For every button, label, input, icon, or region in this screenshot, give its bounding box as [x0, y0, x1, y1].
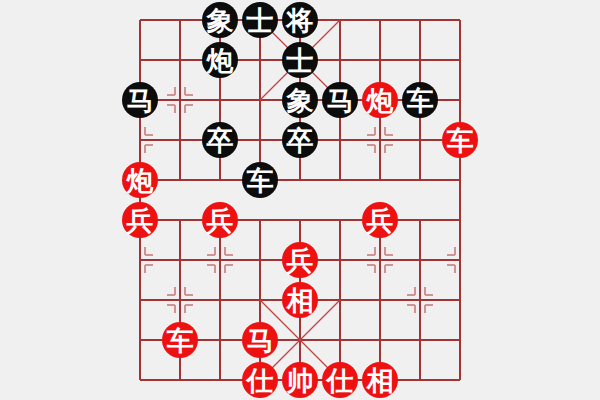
board-point-5-1[interactable]: [320, 40, 360, 80]
board-point-7-2[interactable]: 车: [400, 80, 440, 120]
board-point-7-6[interactable]: [400, 240, 440, 280]
piece-red-advisor[interactable]: 仕: [242, 362, 278, 398]
board-point-6-4[interactable]: [360, 160, 400, 200]
board-point-6-6[interactable]: [360, 240, 400, 280]
board-point-2-8[interactable]: [200, 320, 240, 360]
board-point-0-2[interactable]: 马: [120, 80, 160, 120]
piece-red-cannon[interactable]: 炮: [122, 162, 158, 198]
board-point-7-5[interactable]: [400, 200, 440, 240]
xiangqi-board: 象士将炮士马象马炮车卒卒车炮车兵兵兵兵相车马仕帅仕相: [120, 0, 480, 400]
board-point-1-2[interactable]: [160, 80, 200, 120]
board-point-4-0[interactable]: 将: [280, 0, 320, 40]
board-point-7-1[interactable]: [400, 40, 440, 80]
board-point-3-3[interactable]: [240, 120, 280, 160]
board-point-4-1[interactable]: 士: [280, 40, 320, 80]
board-point-3-8[interactable]: 马: [240, 320, 280, 360]
board-point-6-5[interactable]: 兵: [360, 200, 400, 240]
board-point-3-9[interactable]: 仕: [240, 360, 280, 400]
board-point-6-7[interactable]: [360, 280, 400, 320]
board-point-8-5[interactable]: [440, 200, 480, 240]
board-point-0-9[interactable]: [120, 360, 160, 400]
board-point-3-7[interactable]: [240, 280, 280, 320]
board-point-0-4[interactable]: 炮: [120, 160, 160, 200]
board-point-7-0[interactable]: [400, 0, 440, 40]
board-point-5-0[interactable]: [320, 0, 360, 40]
piece-red-soldier[interactable]: 兵: [202, 202, 238, 238]
board-point-8-0[interactable]: [440, 0, 480, 40]
board-point-4-9[interactable]: 帅: [280, 360, 320, 400]
board-point-2-2[interactable]: [200, 80, 240, 120]
board-point-4-5[interactable]: [280, 200, 320, 240]
board-point-1-7[interactable]: [160, 280, 200, 320]
board-point-3-1[interactable]: [240, 40, 280, 80]
board-point-8-1[interactable]: [440, 40, 480, 80]
board-point-5-2[interactable]: 马: [320, 80, 360, 120]
board-point-0-6[interactable]: [120, 240, 160, 280]
board-point-2-0[interactable]: 象: [200, 0, 240, 40]
board-point-6-0[interactable]: [360, 0, 400, 40]
board-point-2-3[interactable]: 卒: [200, 120, 240, 160]
board-point-8-7[interactable]: [440, 280, 480, 320]
board-point-1-8[interactable]: 车: [160, 320, 200, 360]
board-point-2-9[interactable]: [200, 360, 240, 400]
board-point-7-7[interactable]: [400, 280, 440, 320]
board-point-5-9[interactable]: 仕: [320, 360, 360, 400]
piece-red-soldier[interactable]: 兵: [282, 242, 318, 278]
board-point-6-3[interactable]: [360, 120, 400, 160]
piece-red-elephant[interactable]: 相: [282, 282, 318, 318]
board-point-6-9[interactable]: 相: [360, 360, 400, 400]
piece-black-advisor[interactable]: 士: [242, 2, 278, 38]
board-point-0-3[interactable]: [120, 120, 160, 160]
board-point-1-5[interactable]: [160, 200, 200, 240]
piece-red-soldier[interactable]: 兵: [362, 202, 398, 238]
board-point-1-3[interactable]: [160, 120, 200, 160]
board-point-7-9[interactable]: [400, 360, 440, 400]
piece-red-cannon[interactable]: 炮: [362, 82, 398, 118]
board-point-0-1[interactable]: [120, 40, 160, 80]
piece-red-chariot[interactable]: 车: [442, 122, 478, 158]
board-point-4-2[interactable]: 象: [280, 80, 320, 120]
board-point-5-3[interactable]: [320, 120, 360, 160]
piece-black-advisor[interactable]: 士: [282, 42, 318, 78]
board-point-0-7[interactable]: [120, 280, 160, 320]
board-point-1-4[interactable]: [160, 160, 200, 200]
board-point-2-1[interactable]: 炮: [200, 40, 240, 80]
piece-black-horse[interactable]: 马: [122, 82, 158, 118]
board-point-4-4[interactable]: [280, 160, 320, 200]
board-point-7-4[interactable]: [400, 160, 440, 200]
board-point-3-2[interactable]: [240, 80, 280, 120]
piece-black-general[interactable]: 将: [282, 2, 318, 38]
xiangqi-position-screenshot: 象士将炮士马象马炮车卒卒车炮车兵兵兵兵相车马仕帅仕相: [0, 0, 600, 400]
piece-black-elephant[interactable]: 象: [282, 82, 318, 118]
board-point-4-6[interactable]: 兵: [280, 240, 320, 280]
board-point-3-0[interactable]: 士: [240, 0, 280, 40]
board-point-3-6[interactable]: [240, 240, 280, 280]
piece-red-elephant[interactable]: 相: [362, 362, 398, 398]
board-point-8-2[interactable]: [440, 80, 480, 120]
board-point-8-8[interactable]: [440, 320, 480, 360]
piece-red-horse[interactable]: 马: [242, 322, 278, 358]
board-point-1-9[interactable]: [160, 360, 200, 400]
board-point-0-0[interactable]: [120, 0, 160, 40]
board-point-4-8[interactable]: [280, 320, 320, 360]
piece-black-elephant[interactable]: 象: [202, 2, 238, 38]
board-point-0-5[interactable]: 兵: [120, 200, 160, 240]
board-point-5-6[interactable]: [320, 240, 360, 280]
board-point-8-6[interactable]: [440, 240, 480, 280]
board-point-0-8[interactable]: [120, 320, 160, 360]
piece-red-chariot[interactable]: 车: [162, 322, 198, 358]
board-point-5-7[interactable]: [320, 280, 360, 320]
piece-red-advisor[interactable]: 仕: [322, 362, 358, 398]
board-point-5-8[interactable]: [320, 320, 360, 360]
piece-black-chariot[interactable]: 车: [242, 162, 278, 198]
board-point-2-7[interactable]: [200, 280, 240, 320]
piece-red-general[interactable]: 帅: [282, 362, 318, 398]
board-point-1-6[interactable]: [160, 240, 200, 280]
board-point-3-4[interactable]: 车: [240, 160, 280, 200]
board-point-2-5[interactable]: 兵: [200, 200, 240, 240]
board-point-5-4[interactable]: [320, 160, 360, 200]
board-point-8-3[interactable]: 车: [440, 120, 480, 160]
board-point-7-8[interactable]: [400, 320, 440, 360]
board-point-4-3[interactable]: 卒: [280, 120, 320, 160]
piece-black-soldier[interactable]: 卒: [202, 122, 238, 158]
board-point-6-1[interactable]: [360, 40, 400, 80]
board-point-1-0[interactable]: [160, 0, 200, 40]
board-point-7-3[interactable]: [400, 120, 440, 160]
piece-black-horse[interactable]: 马: [322, 82, 358, 118]
board-point-8-9[interactable]: [440, 360, 480, 400]
piece-black-chariot[interactable]: 车: [402, 82, 438, 118]
board-point-4-7[interactable]: 相: [280, 280, 320, 320]
board-point-6-2[interactable]: 炮: [360, 80, 400, 120]
piece-red-soldier[interactable]: 兵: [122, 202, 158, 238]
board-point-2-4[interactable]: [200, 160, 240, 200]
piece-black-soldier[interactable]: 卒: [282, 122, 318, 158]
board-point-3-5[interactable]: [240, 200, 280, 240]
board-point-2-6[interactable]: [200, 240, 240, 280]
board-point-8-4[interactable]: [440, 160, 480, 200]
piece-black-cannon[interactable]: 炮: [202, 42, 238, 78]
board-point-5-5[interactable]: [320, 200, 360, 240]
board-point-1-1[interactable]: [160, 40, 200, 80]
board-point-6-8[interactable]: [360, 320, 400, 360]
